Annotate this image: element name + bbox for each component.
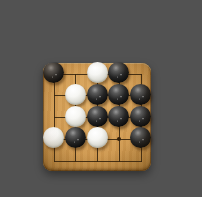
- black-stone[interactable]: [43, 62, 64, 83]
- app-background: [0, 0, 202, 197]
- black-stone[interactable]: [130, 84, 151, 105]
- black-stone[interactable]: [87, 84, 108, 105]
- stones-layer: [43, 63, 151, 171]
- black-stone[interactable]: [108, 84, 129, 105]
- white-stone[interactable]: [43, 127, 64, 148]
- black-stone[interactable]: [130, 106, 151, 127]
- white-stone[interactable]: [65, 106, 86, 127]
- white-stone[interactable]: [87, 62, 108, 83]
- black-stone[interactable]: [108, 106, 129, 127]
- white-stone[interactable]: [87, 127, 108, 148]
- go-board[interactable]: [43, 63, 151, 171]
- black-stone[interactable]: [87, 106, 108, 127]
- white-stone[interactable]: [65, 84, 86, 105]
- black-stone[interactable]: [108, 62, 129, 83]
- black-stone[interactable]: [65, 127, 86, 148]
- black-stone[interactable]: [130, 127, 151, 148]
